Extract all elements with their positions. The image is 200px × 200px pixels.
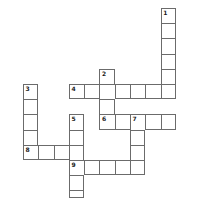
cell-r9c0[interactable]: 8	[23, 145, 38, 160]
cell-r5c7[interactable]	[130, 84, 145, 99]
clue-number-3: 3	[26, 85, 30, 92]
clue-number-5: 5	[71, 115, 75, 122]
cell-r5c0[interactable]: 3	[23, 84, 38, 99]
cell-r9c7[interactable]	[130, 145, 145, 160]
cell-r2c9[interactable]	[161, 38, 176, 53]
clue-number-8: 8	[26, 146, 30, 153]
clue-number-7: 7	[133, 115, 137, 122]
crossword-grid: 123456789	[23, 8, 176, 198]
clue-number-2: 2	[102, 70, 106, 77]
cell-r5c5[interactable]	[99, 84, 114, 99]
cell-r7c5[interactable]: 6	[99, 114, 114, 129]
clue-number-9: 9	[71, 161, 75, 168]
clue-number-4: 4	[71, 85, 75, 92]
cell-r4c5[interactable]: 2	[99, 69, 114, 84]
cell-r10c4[interactable]	[84, 160, 99, 175]
cell-r9c2[interactable]	[54, 145, 69, 160]
cell-r9c1[interactable]	[38, 145, 53, 160]
cell-r5c9[interactable]	[161, 84, 176, 99]
cell-r6c0[interactable]	[23, 99, 38, 114]
cell-r5c6[interactable]	[115, 84, 130, 99]
cell-r8c3[interactable]	[69, 130, 84, 145]
cell-r4c9[interactable]	[161, 69, 176, 84]
cell-r5c8[interactable]	[145, 84, 160, 99]
crossword-board: 123456789	[23, 8, 176, 198]
cell-r9c3[interactable]	[69, 145, 84, 160]
cell-r10c5[interactable]	[99, 160, 114, 175]
cell-r10c6[interactable]	[115, 160, 130, 175]
cell-r7c9[interactable]	[161, 114, 176, 129]
clue-number-1: 1	[163, 9, 167, 16]
cell-r6c5[interactable]	[99, 99, 114, 114]
cell-r0c9[interactable]: 1	[161, 8, 176, 23]
cell-r10c7[interactable]	[130, 160, 145, 175]
cell-r12c3[interactable]	[69, 190, 84, 198]
cell-r7c6[interactable]	[115, 114, 130, 129]
cell-r5c3[interactable]: 4	[69, 84, 84, 99]
cell-r5c4[interactable]	[84, 84, 99, 99]
cell-r10c3[interactable]: 9	[69, 160, 84, 175]
cell-r7c8[interactable]	[145, 114, 160, 129]
clue-number-6: 6	[102, 115, 106, 122]
cell-r7c7[interactable]: 7	[130, 114, 145, 129]
cell-r7c0[interactable]	[23, 114, 38, 129]
cell-r7c3[interactable]: 5	[69, 114, 84, 129]
cell-r3c9[interactable]	[161, 54, 176, 69]
puzzle-canvas: 123456789	[0, 0, 200, 200]
cell-r1c9[interactable]	[161, 23, 176, 38]
cell-r11c3[interactable]	[69, 175, 84, 190]
cell-r8c0[interactable]	[23, 130, 38, 145]
cell-r8c7[interactable]	[130, 130, 145, 145]
